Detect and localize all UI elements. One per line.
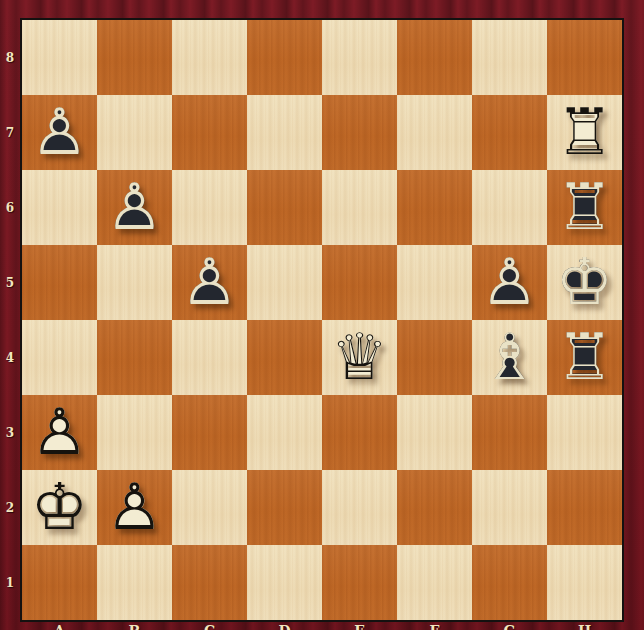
rank-labels: 87654321: [0, 18, 20, 622]
file-label-d: D: [247, 624, 322, 630]
file-label-f: F: [397, 624, 472, 630]
square-a2[interactable]: ♚♔: [22, 470, 97, 545]
square-c8[interactable]: [172, 20, 247, 95]
rank-label-4: 4: [0, 320, 20, 395]
square-h5[interactable]: ♚♔: [547, 245, 622, 320]
rank-label-1: 1: [0, 545, 20, 620]
square-e4[interactable]: ♛♕: [322, 320, 397, 395]
square-a3[interactable]: ♟♙: [22, 395, 97, 470]
piece-white-pawn-a3[interactable]: ♟♙: [22, 395, 97, 470]
rank-label-8: 8: [0, 20, 20, 95]
square-b8[interactable]: [97, 20, 172, 95]
square-b7[interactable]: [97, 95, 172, 170]
piece-black-pawn-g5[interactable]: ♟♙: [472, 245, 547, 320]
square-b6[interactable]: ♟♙: [97, 170, 172, 245]
file-labels: ABCDEFGH: [22, 624, 622, 630]
square-c7[interactable]: [172, 95, 247, 170]
file-label-c: C: [172, 624, 247, 630]
square-h8[interactable]: [547, 20, 622, 95]
rank-label-7: 7: [0, 95, 20, 170]
square-h6[interactable]: ♜♖: [547, 170, 622, 245]
file-label-e: E: [322, 624, 397, 630]
square-d8[interactable]: [247, 20, 322, 95]
chess-board: ♟♙♜♖♟♙♜♖♟♙♟♙♚♔♛♕♝♗♜♖♟♙♚♔♟♙: [20, 18, 624, 622]
square-g1[interactable]: [472, 545, 547, 620]
square-e1[interactable]: [322, 545, 397, 620]
square-g6[interactable]: [472, 170, 547, 245]
file-label-g: G: [472, 624, 547, 630]
piece-white-pawn-b2[interactable]: ♟♙: [97, 470, 172, 545]
piece-black-bishop-g4[interactable]: ♝♗: [472, 320, 547, 395]
square-f1[interactable]: [397, 545, 472, 620]
square-e7[interactable]: [322, 95, 397, 170]
square-c3[interactable]: [172, 395, 247, 470]
square-f8[interactable]: [397, 20, 472, 95]
piece-white-king-a2[interactable]: ♚♔: [22, 470, 97, 545]
square-f5[interactable]: [397, 245, 472, 320]
black-pawn-glyph-outline: ♙: [97, 170, 172, 245]
white-rook-glyph-outline: ♖: [547, 95, 622, 170]
black-rook-glyph-outline: ♖: [547, 170, 622, 245]
square-g2[interactable]: [472, 470, 547, 545]
piece-black-pawn-a7[interactable]: ♟♙: [22, 95, 97, 170]
black-rook-glyph-outline: ♖: [547, 320, 622, 395]
square-c6[interactable]: [172, 170, 247, 245]
file-label-b: B: [97, 624, 172, 630]
file-label-a: A: [22, 624, 97, 630]
square-c5[interactable]: ♟♙: [172, 245, 247, 320]
square-g5[interactable]: ♟♙: [472, 245, 547, 320]
piece-black-rook-h4[interactable]: ♜♖: [547, 320, 622, 395]
black-king-glyph-outline: ♔: [547, 245, 622, 320]
square-g8[interactable]: [472, 20, 547, 95]
piece-black-king-h5[interactable]: ♚♔: [547, 245, 622, 320]
piece-black-pawn-b6[interactable]: ♟♙: [97, 170, 172, 245]
square-c2[interactable]: [172, 470, 247, 545]
square-e6[interactable]: [322, 170, 397, 245]
square-a5[interactable]: [22, 245, 97, 320]
piece-black-pawn-c5[interactable]: ♟♙: [172, 245, 247, 320]
black-bishop-glyph-outline: ♗: [472, 320, 547, 395]
rank-label-5: 5: [0, 245, 20, 320]
square-f3[interactable]: [397, 395, 472, 470]
square-b4[interactable]: [97, 320, 172, 395]
square-a7[interactable]: ♟♙: [22, 95, 97, 170]
square-b3[interactable]: [97, 395, 172, 470]
square-e2[interactable]: [322, 470, 397, 545]
square-e8[interactable]: [322, 20, 397, 95]
square-g3[interactable]: [472, 395, 547, 470]
square-d6[interactable]: [247, 170, 322, 245]
square-h1[interactable]: [547, 545, 622, 620]
black-pawn-glyph-outline: ♙: [22, 95, 97, 170]
square-d4[interactable]: [247, 320, 322, 395]
square-a1[interactable]: [22, 545, 97, 620]
square-d5[interactable]: [247, 245, 322, 320]
square-a6[interactable]: [22, 170, 97, 245]
square-d1[interactable]: [247, 545, 322, 620]
white-pawn-glyph-outline: ♙: [22, 395, 97, 470]
chess-diagram: ♟♙♜♖♟♙♜♖♟♙♟♙♚♔♛♕♝♗♜♖♟♙♚♔♟♙ 87654321 ABCD…: [0, 0, 644, 630]
square-b2[interactable]: ♟♙: [97, 470, 172, 545]
square-b1[interactable]: [97, 545, 172, 620]
square-a8[interactable]: [22, 20, 97, 95]
square-h2[interactable]: [547, 470, 622, 545]
piece-black-rook-h6[interactable]: ♜♖: [547, 170, 622, 245]
square-g4[interactable]: ♝♗: [472, 320, 547, 395]
square-a4[interactable]: [22, 320, 97, 395]
rank-label-6: 6: [0, 170, 20, 245]
rank-label-3: 3: [0, 395, 20, 470]
square-c1[interactable]: [172, 545, 247, 620]
square-b5[interactable]: [97, 245, 172, 320]
square-d2[interactable]: [247, 470, 322, 545]
square-e3[interactable]: [322, 395, 397, 470]
square-h7[interactable]: ♜♖: [547, 95, 622, 170]
black-pawn-glyph-outline: ♙: [172, 245, 247, 320]
square-h4[interactable]: ♜♖: [547, 320, 622, 395]
white-king-glyph-outline: ♔: [22, 470, 97, 545]
square-e5[interactable]: [322, 245, 397, 320]
piece-white-queen-e4[interactable]: ♛♕: [322, 320, 397, 395]
white-queen-glyph-outline: ♕: [322, 320, 397, 395]
square-f7[interactable]: [397, 95, 472, 170]
square-g7[interactable]: [472, 95, 547, 170]
rank-label-2: 2: [0, 470, 20, 545]
square-c4[interactable]: [172, 320, 247, 395]
square-f4[interactable]: [397, 320, 472, 395]
piece-white-rook-h7[interactable]: ♜♖: [547, 95, 622, 170]
square-f6[interactable]: [397, 170, 472, 245]
black-pawn-glyph-outline: ♙: [472, 245, 547, 320]
file-label-h: H: [547, 624, 622, 630]
white-pawn-glyph-outline: ♙: [97, 470, 172, 545]
square-d3[interactable]: [247, 395, 322, 470]
square-d7[interactable]: [247, 95, 322, 170]
square-f2[interactable]: [397, 470, 472, 545]
square-h3[interactable]: [547, 395, 622, 470]
